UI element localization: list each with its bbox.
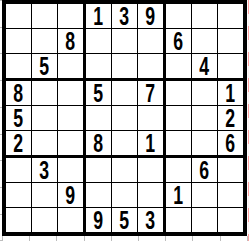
gridline-tick [84, 236, 85, 241]
cell-r9c2[interactable] [32, 208, 57, 232]
cell-r8c9[interactable] [218, 183, 243, 207]
sudoku-box-5: 5781 [86, 81, 163, 155]
cell-r3c3[interactable] [58, 54, 83, 78]
sudoku-box-6: 126 [166, 81, 243, 155]
cell-r2c4[interactable] [86, 29, 111, 53]
cell-r3c2[interactable]: 5 [32, 54, 57, 78]
cell-r8c2[interactable] [32, 183, 57, 207]
given-digit: 8 [94, 130, 104, 156]
cell-r5c7[interactable] [166, 106, 191, 130]
cell-r6c1[interactable]: 2 [6, 131, 31, 155]
given-digit: 9 [146, 3, 156, 29]
cell-r8c5[interactable] [112, 183, 137, 207]
cell-r7c8[interactable]: 6 [192, 158, 217, 182]
cell-r3c5[interactable] [112, 54, 137, 78]
cell-r2c6[interactable] [138, 29, 163, 53]
cell-r5c2[interactable] [32, 106, 57, 130]
cell-r2c2[interactable] [32, 29, 57, 53]
cell-r7c1[interactable] [6, 158, 31, 182]
cell-r7c3[interactable] [58, 158, 83, 182]
gridline-tick [56, 236, 57, 241]
cell-r3c4[interactable] [86, 54, 111, 78]
cell-r1c3[interactable] [58, 4, 83, 28]
given-digit: 2 [14, 130, 24, 156]
gridline-tick [2, 236, 3, 241]
gridline-tick [165, 236, 166, 241]
given-digit: 3 [40, 157, 50, 183]
cell-r4c6[interactable]: 7 [138, 81, 163, 105]
print-area-line [248, 0, 249, 241]
cell-r8c3[interactable]: 9 [58, 183, 83, 207]
cell-r1c5[interactable]: 3 [112, 4, 137, 28]
cell-r6c7[interactable] [166, 131, 191, 155]
cell-r4c7[interactable] [166, 81, 191, 105]
sudoku-box-8: 953 [86, 158, 163, 232]
cell-r5c6[interactable] [138, 106, 163, 130]
cell-r9c1[interactable] [6, 208, 31, 232]
cell-r1c6[interactable]: 9 [138, 4, 163, 28]
given-digit: 6 [226, 130, 236, 156]
cell-r6c4[interactable]: 8 [86, 131, 111, 155]
given-digit: 1 [94, 3, 104, 29]
cell-r5c9[interactable]: 2 [218, 106, 243, 130]
gridline-tick [111, 236, 112, 241]
cell-r7c6[interactable] [138, 158, 163, 182]
given-digit: 4 [200, 53, 210, 79]
given-digit: 3 [146, 207, 156, 233]
sudoku-box-3: 64 [166, 4, 243, 78]
cell-r6c9[interactable]: 6 [218, 131, 243, 155]
sudoku-box-9: 61 [166, 158, 243, 232]
cell-r8c7[interactable]: 1 [166, 183, 191, 207]
given-digit: 5 [94, 80, 104, 106]
given-digit: 5 [120, 207, 130, 233]
sudoku-box-7: 39 [6, 158, 83, 232]
cell-r6c8[interactable] [192, 131, 217, 155]
cell-r1c1[interactable] [6, 4, 31, 28]
cell-r6c5[interactable] [112, 131, 137, 155]
cell-r3c7[interactable] [166, 54, 191, 78]
cell-r6c3[interactable] [58, 131, 83, 155]
cell-r9c5[interactable]: 5 [112, 208, 137, 232]
cell-r2c3[interactable]: 8 [58, 29, 83, 53]
sudoku-box-4: 852 [6, 81, 83, 155]
cell-r6c2[interactable] [32, 131, 57, 155]
cell-r1c4[interactable]: 1 [86, 4, 111, 28]
cell-r8c6[interactable] [138, 183, 163, 207]
cell-r4c2[interactable] [32, 81, 57, 105]
given-digit: 1 [146, 130, 156, 156]
cell-r3c1[interactable] [6, 54, 31, 78]
given-digit: 9 [66, 182, 76, 208]
cell-r9c3[interactable] [58, 208, 83, 232]
cell-r5c4[interactable] [86, 106, 111, 130]
cell-r4c1[interactable]: 8 [6, 81, 31, 105]
cell-r7c7[interactable] [166, 158, 191, 182]
cell-r7c9[interactable] [218, 158, 243, 182]
cell-r9c8[interactable] [192, 208, 217, 232]
cell-r8c1[interactable] [6, 183, 31, 207]
given-digit: 9 [94, 207, 104, 233]
gridline-tick [29, 236, 30, 241]
sudoku-board: 851396485257811263995361 [2, 0, 247, 236]
given-digit: 7 [146, 80, 156, 106]
sudoku-box-1: 85 [6, 4, 83, 78]
cell-r4c3[interactable] [58, 81, 83, 105]
cell-r1c7[interactable] [166, 4, 191, 28]
cell-r4c5[interactable] [112, 81, 137, 105]
gridline-tick [247, 236, 248, 241]
cell-r3c8[interactable]: 4 [192, 54, 217, 78]
cell-r7c2[interactable]: 3 [32, 158, 57, 182]
given-digit: 6 [174, 28, 184, 54]
cell-r4c4[interactable]: 5 [86, 81, 111, 105]
cell-r4c9[interactable]: 1 [218, 81, 243, 105]
cell-r1c8[interactable] [192, 4, 217, 28]
cell-r9c6[interactable]: 3 [138, 208, 163, 232]
cell-r6c6[interactable]: 1 [138, 131, 163, 155]
cell-r9c4[interactable]: 9 [86, 208, 111, 232]
cell-r8c8[interactable] [192, 183, 217, 207]
cell-r1c2[interactable] [32, 4, 57, 28]
cell-r4c8[interactable] [192, 81, 217, 105]
cell-r2c8[interactable] [192, 29, 217, 53]
cell-r2c1[interactable] [6, 29, 31, 53]
cell-r8c4[interactable] [86, 183, 111, 207]
cell-r7c4[interactable] [86, 158, 111, 182]
cell-r9c9[interactable] [218, 208, 243, 232]
cell-r3c9[interactable] [218, 54, 243, 78]
cell-r5c3[interactable] [58, 106, 83, 130]
cell-r5c1[interactable]: 5 [6, 106, 31, 130]
given-digit: 6 [200, 157, 210, 183]
sudoku-box-2: 139 [86, 4, 163, 78]
given-digit: 3 [120, 3, 130, 29]
gridline-tick [192, 236, 193, 241]
cell-r2c5[interactable] [112, 29, 137, 53]
gridline-tick [220, 236, 221, 241]
cell-r5c8[interactable] [192, 106, 217, 130]
given-digit: 1 [174, 182, 184, 208]
cell-r3c6[interactable] [138, 54, 163, 78]
cell-r9c7[interactable] [166, 208, 191, 232]
cell-r1c9[interactable] [218, 4, 243, 28]
cell-r2c7[interactable]: 6 [166, 29, 191, 53]
cell-r7c5[interactable] [112, 158, 137, 182]
given-digit: 5 [40, 53, 50, 79]
gridline-tick [138, 236, 139, 241]
given-digit: 8 [66, 28, 76, 54]
cell-r5c5[interactable] [112, 106, 137, 130]
cell-r2c9[interactable] [218, 29, 243, 53]
